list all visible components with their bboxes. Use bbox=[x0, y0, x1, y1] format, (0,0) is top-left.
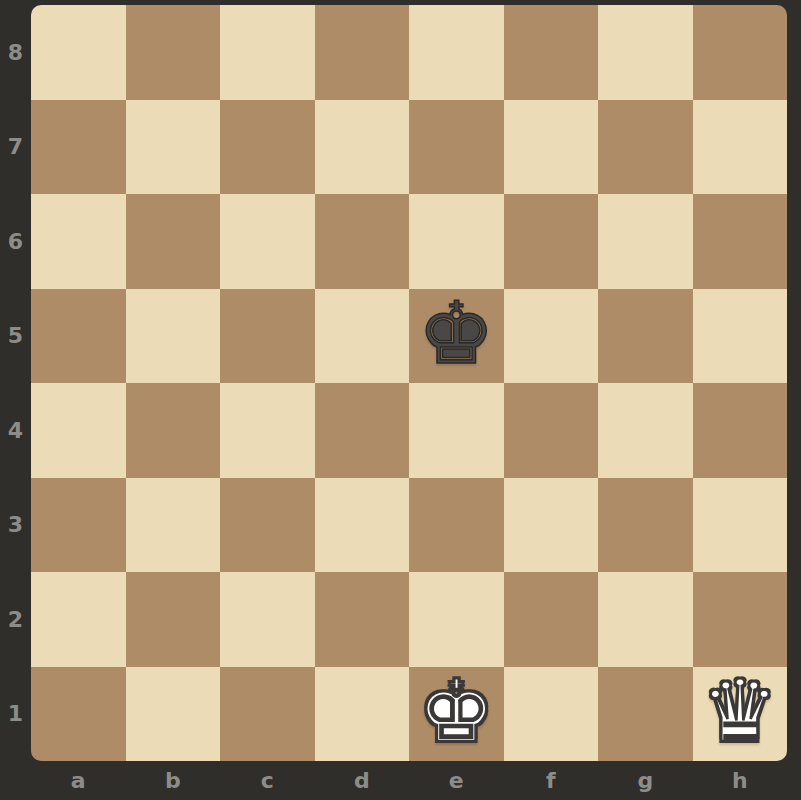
file-label-h: h bbox=[693, 761, 788, 800]
file-label-a: a bbox=[31, 761, 126, 800]
white-king[interactable]: ♚ bbox=[418, 668, 495, 754]
rank-label-8: 8 bbox=[0, 5, 31, 100]
square-g7[interactable] bbox=[598, 100, 693, 195]
square-b4[interactable] bbox=[126, 383, 221, 478]
square-g4[interactable] bbox=[598, 383, 693, 478]
square-a2[interactable] bbox=[31, 572, 126, 667]
rank-label-2: 2 bbox=[0, 572, 31, 667]
rank-label-5: 5 bbox=[0, 289, 31, 384]
square-f4[interactable] bbox=[504, 383, 599, 478]
square-b3[interactable] bbox=[126, 478, 221, 573]
square-g3[interactable] bbox=[598, 478, 693, 573]
square-c6[interactable] bbox=[220, 194, 315, 289]
square-c1[interactable] bbox=[220, 667, 315, 762]
square-d7[interactable] bbox=[315, 100, 410, 195]
square-d3[interactable] bbox=[315, 478, 410, 573]
square-h2[interactable] bbox=[693, 572, 788, 667]
square-g5[interactable] bbox=[598, 289, 693, 384]
square-b8[interactable] bbox=[126, 5, 221, 100]
white-queen[interactable]: ♛ bbox=[701, 668, 778, 754]
square-c5[interactable] bbox=[220, 289, 315, 384]
square-h1[interactable]: ♛ bbox=[693, 667, 788, 762]
square-e7[interactable] bbox=[409, 100, 504, 195]
square-h7[interactable] bbox=[693, 100, 788, 195]
square-h8[interactable] bbox=[693, 5, 788, 100]
square-a1[interactable] bbox=[31, 667, 126, 762]
square-e2[interactable] bbox=[409, 572, 504, 667]
file-label-c: c bbox=[220, 761, 315, 800]
rank-label-7: 7 bbox=[0, 100, 31, 195]
square-f3[interactable] bbox=[504, 478, 599, 573]
square-a6[interactable] bbox=[31, 194, 126, 289]
rank-label-1: 1 bbox=[0, 667, 31, 762]
square-h4[interactable] bbox=[693, 383, 788, 478]
square-h6[interactable] bbox=[693, 194, 788, 289]
square-d2[interactable] bbox=[315, 572, 410, 667]
chess-app: 87654321 ♚♚♛ abcdefgh bbox=[0, 0, 801, 800]
square-a4[interactable] bbox=[31, 383, 126, 478]
square-b6[interactable] bbox=[126, 194, 221, 289]
rank-labels: 87654321 bbox=[0, 5, 31, 761]
chess-board: ♚♚♛ bbox=[31, 5, 787, 761]
square-a5[interactable] bbox=[31, 289, 126, 384]
file-label-g: g bbox=[598, 761, 693, 800]
square-d1[interactable] bbox=[315, 667, 410, 762]
square-e8[interactable] bbox=[409, 5, 504, 100]
square-e5[interactable]: ♚ bbox=[409, 289, 504, 384]
square-g2[interactable] bbox=[598, 572, 693, 667]
file-label-f: f bbox=[504, 761, 599, 800]
square-f7[interactable] bbox=[504, 100, 599, 195]
square-e1[interactable]: ♚ bbox=[409, 667, 504, 762]
square-e4[interactable] bbox=[409, 383, 504, 478]
square-h5[interactable] bbox=[693, 289, 788, 384]
square-f2[interactable] bbox=[504, 572, 599, 667]
square-g6[interactable] bbox=[598, 194, 693, 289]
square-e3[interactable] bbox=[409, 478, 504, 573]
square-d5[interactable] bbox=[315, 289, 410, 384]
file-label-e: e bbox=[409, 761, 504, 800]
square-c4[interactable] bbox=[220, 383, 315, 478]
square-d6[interactable] bbox=[315, 194, 410, 289]
rank-label-4: 4 bbox=[0, 383, 31, 478]
square-a3[interactable] bbox=[31, 478, 126, 573]
square-g1[interactable] bbox=[598, 667, 693, 762]
rank-label-3: 3 bbox=[0, 478, 31, 573]
square-b7[interactable] bbox=[126, 100, 221, 195]
square-a7[interactable] bbox=[31, 100, 126, 195]
square-a8[interactable] bbox=[31, 5, 126, 100]
file-label-d: d bbox=[315, 761, 410, 800]
square-h3[interactable] bbox=[693, 478, 788, 573]
file-label-b: b bbox=[126, 761, 221, 800]
rank-label-6: 6 bbox=[0, 194, 31, 289]
square-f1[interactable] bbox=[504, 667, 599, 762]
square-b1[interactable] bbox=[126, 667, 221, 762]
square-d8[interactable] bbox=[315, 5, 410, 100]
square-f8[interactable] bbox=[504, 5, 599, 100]
file-labels: abcdefgh bbox=[31, 761, 787, 800]
black-king[interactable]: ♚ bbox=[418, 290, 495, 376]
square-e6[interactable] bbox=[409, 194, 504, 289]
square-b2[interactable] bbox=[126, 572, 221, 667]
square-b5[interactable] bbox=[126, 289, 221, 384]
square-c2[interactable] bbox=[220, 572, 315, 667]
square-d4[interactable] bbox=[315, 383, 410, 478]
square-c7[interactable] bbox=[220, 100, 315, 195]
square-g8[interactable] bbox=[598, 5, 693, 100]
square-f5[interactable] bbox=[504, 289, 599, 384]
square-c3[interactable] bbox=[220, 478, 315, 573]
square-c8[interactable] bbox=[220, 5, 315, 100]
square-f6[interactable] bbox=[504, 194, 599, 289]
